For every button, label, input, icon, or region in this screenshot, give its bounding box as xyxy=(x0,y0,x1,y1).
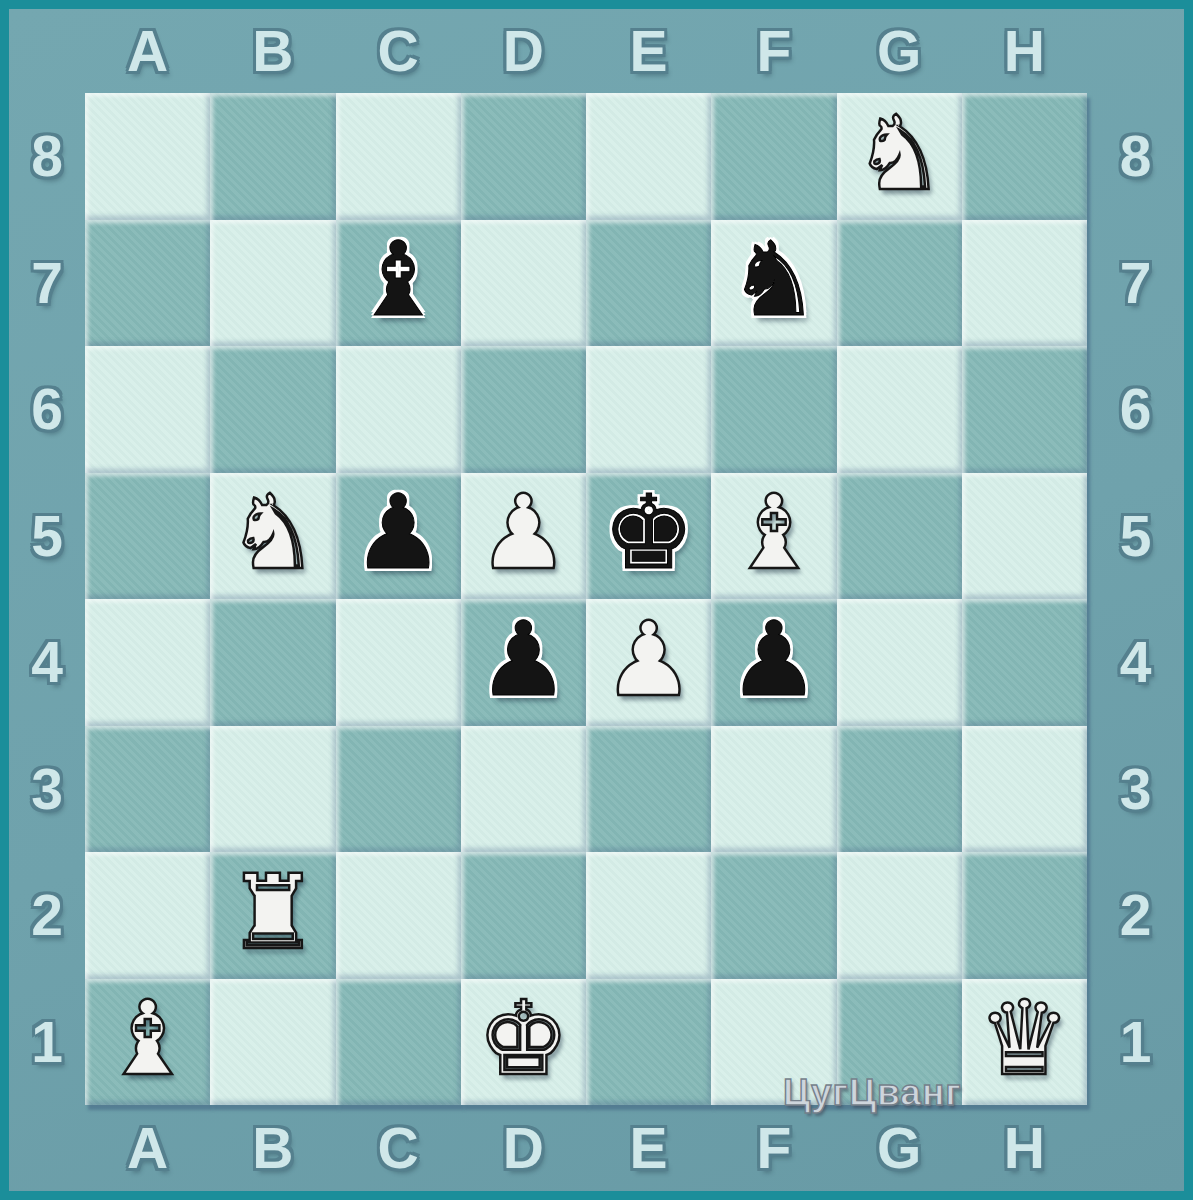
rank-label-left-3: 3 xyxy=(9,726,85,853)
file-label-top-d: D xyxy=(461,9,586,93)
square-f4[interactable]: ♟ xyxy=(711,599,836,726)
file-label-top-e: E xyxy=(586,9,711,93)
square-b4[interactable] xyxy=(210,599,335,726)
square-e5[interactable]: ♚ xyxy=(586,473,711,600)
square-h7[interactable] xyxy=(962,220,1087,347)
rank-label-left-4: 4 xyxy=(9,599,85,726)
square-g4[interactable] xyxy=(837,599,962,726)
square-c8[interactable] xyxy=(336,93,461,220)
rank-label-left-2: 2 xyxy=(9,852,85,979)
square-h2[interactable] xyxy=(962,852,1087,979)
square-h4[interactable] xyxy=(962,599,1087,726)
square-a7[interactable] xyxy=(85,220,210,347)
file-label-bottom-h: H xyxy=(962,1105,1087,1191)
piece-white-knight-g8[interactable]: ♞ xyxy=(853,102,945,205)
square-f8[interactable] xyxy=(711,93,836,220)
chess-diagram: AABBCCDDEEFFGGHH8877665544332211♞♝♞♞♟♟♚♝… xyxy=(0,0,1193,1200)
square-e7[interactable] xyxy=(586,220,711,347)
square-h1[interactable]: ♛ xyxy=(962,979,1087,1106)
square-h8[interactable] xyxy=(962,93,1087,220)
square-d1[interactable]: ♚ xyxy=(461,979,586,1106)
square-a2[interactable] xyxy=(85,852,210,979)
rank-label-right-3: 3 xyxy=(1087,726,1184,853)
square-e6[interactable] xyxy=(586,346,711,473)
board-frame: AABBCCDDEEFFGGHH8877665544332211♞♝♞♞♟♟♚♝… xyxy=(9,9,1184,1191)
piece-white-king-d1[interactable]: ♚ xyxy=(477,987,569,1090)
square-a1[interactable]: ♝ xyxy=(85,979,210,1106)
square-d7[interactable] xyxy=(461,220,586,347)
rank-label-left-7: 7 xyxy=(9,220,85,347)
piece-white-knight-b5[interactable]: ♞ xyxy=(227,481,319,584)
square-g5[interactable] xyxy=(837,473,962,600)
rank-label-right-4: 4 xyxy=(1087,599,1184,726)
file-label-top-c: C xyxy=(336,9,461,93)
square-f5[interactable]: ♝ xyxy=(711,473,836,600)
square-d5[interactable]: ♟ xyxy=(461,473,586,600)
piece-white-bishop-f5[interactable]: ♝ xyxy=(728,481,820,584)
square-d6[interactable] xyxy=(461,346,586,473)
rank-label-left-8: 8 xyxy=(9,93,85,220)
square-b1[interactable] xyxy=(210,979,335,1106)
piece-black-pawn-c5[interactable]: ♟ xyxy=(352,481,444,584)
square-b2[interactable]: ♜ xyxy=(210,852,335,979)
square-b5[interactable]: ♞ xyxy=(210,473,335,600)
piece-black-knight-f7[interactable]: ♞ xyxy=(728,228,820,331)
square-c5[interactable]: ♟ xyxy=(336,473,461,600)
square-c3[interactable] xyxy=(336,726,461,853)
piece-black-bishop-c7[interactable]: ♝ xyxy=(352,228,444,331)
square-a4[interactable] xyxy=(85,599,210,726)
square-g3[interactable] xyxy=(837,726,962,853)
piece-black-king-e5[interactable]: ♚ xyxy=(602,481,694,584)
square-g6[interactable] xyxy=(837,346,962,473)
rank-label-right-8: 8 xyxy=(1087,93,1184,220)
file-label-bottom-f: F xyxy=(711,1105,836,1191)
rank-label-left-6: 6 xyxy=(9,346,85,473)
square-g2[interactable] xyxy=(837,852,962,979)
file-label-bottom-b: B xyxy=(210,1105,335,1191)
square-c4[interactable] xyxy=(336,599,461,726)
square-h5[interactable] xyxy=(962,473,1087,600)
rank-label-right-1: 1 xyxy=(1087,979,1184,1106)
piece-white-bishop-a1[interactable]: ♝ xyxy=(101,987,193,1090)
file-label-top-a: A xyxy=(85,9,210,93)
square-f2[interactable] xyxy=(711,852,836,979)
square-c1[interactable] xyxy=(336,979,461,1106)
rank-label-right-5: 5 xyxy=(1087,473,1184,600)
square-c7[interactable]: ♝ xyxy=(336,220,461,347)
square-b3[interactable] xyxy=(210,726,335,853)
file-label-bottom-g: G xyxy=(837,1105,962,1191)
piece-white-pawn-e4[interactable]: ♟ xyxy=(602,608,694,711)
file-label-top-g: G xyxy=(837,9,962,93)
piece-black-pawn-f4[interactable]: ♟ xyxy=(728,608,820,711)
square-g8[interactable]: ♞ xyxy=(837,93,962,220)
piece-white-rook-b2[interactable]: ♜ xyxy=(227,861,319,964)
square-e1[interactable] xyxy=(586,979,711,1106)
square-a5[interactable] xyxy=(85,473,210,600)
file-label-top-b: B xyxy=(210,9,335,93)
square-e8[interactable] xyxy=(586,93,711,220)
square-h3[interactable] xyxy=(962,726,1087,853)
square-f3[interactable] xyxy=(711,726,836,853)
square-b8[interactable] xyxy=(210,93,335,220)
piece-black-pawn-d4[interactable]: ♟ xyxy=(477,608,569,711)
rank-label-right-2: 2 xyxy=(1087,852,1184,979)
rank-label-left-1: 1 xyxy=(9,979,85,1106)
square-d4[interactable]: ♟ xyxy=(461,599,586,726)
square-g7[interactable] xyxy=(837,220,962,347)
file-label-bottom-a: A xyxy=(85,1105,210,1191)
piece-white-queen-h1[interactable]: ♛ xyxy=(978,987,1070,1090)
square-f6[interactable] xyxy=(711,346,836,473)
file-label-top-f: F xyxy=(711,9,836,93)
square-e4[interactable]: ♟ xyxy=(586,599,711,726)
rank-label-right-7: 7 xyxy=(1087,220,1184,347)
square-e2[interactable] xyxy=(586,852,711,979)
square-d8[interactable] xyxy=(461,93,586,220)
file-label-bottom-e: E xyxy=(586,1105,711,1191)
square-e3[interactable] xyxy=(586,726,711,853)
file-label-bottom-c: C xyxy=(336,1105,461,1191)
square-d3[interactable] xyxy=(461,726,586,853)
file-label-bottom-d: D xyxy=(461,1105,586,1191)
square-f7[interactable]: ♞ xyxy=(711,220,836,347)
square-d2[interactable] xyxy=(461,852,586,979)
rank-label-left-5: 5 xyxy=(9,473,85,600)
piece-white-pawn-d5[interactable]: ♟ xyxy=(477,481,569,584)
square-b7[interactable] xyxy=(210,220,335,347)
square-c6[interactable] xyxy=(336,346,461,473)
square-c2[interactable] xyxy=(336,852,461,979)
watermark-text: ЦугЦванг xyxy=(783,1072,962,1114)
square-a3[interactable] xyxy=(85,726,210,853)
square-a6[interactable] xyxy=(85,346,210,473)
square-a8[interactable] xyxy=(85,93,210,220)
square-h6[interactable] xyxy=(962,346,1087,473)
file-label-top-h: H xyxy=(962,9,1087,93)
square-b6[interactable] xyxy=(210,346,335,473)
rank-label-right-6: 6 xyxy=(1087,346,1184,473)
